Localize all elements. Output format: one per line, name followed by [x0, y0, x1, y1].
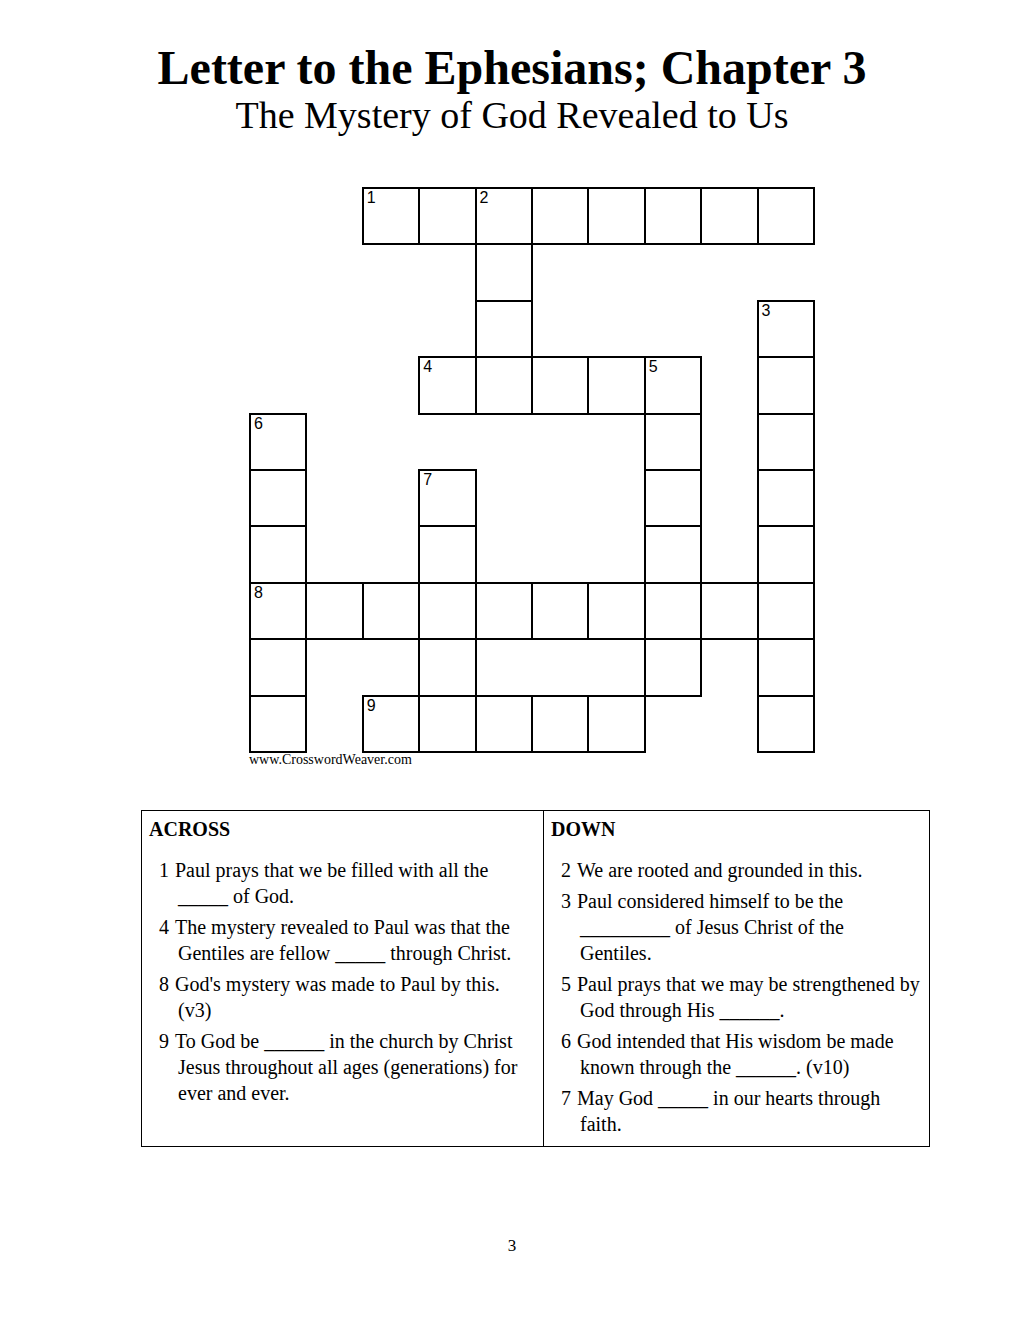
across-clue-9: 9To God be ______ in the church by Chris…: [148, 1028, 541, 1106]
grid-cell-r4c8[interactable]: 5: [644, 356, 702, 414]
grid-cell-r7c4[interactable]: [418, 525, 476, 583]
source-url: www.CrosswordWeaver.com: [249, 751, 412, 769]
grid-cell-r2c5[interactable]: [475, 243, 533, 301]
clue-number: 2: [561, 859, 571, 881]
cell-number-9: 9: [367, 698, 376, 714]
down-clue-5: 5Paul prays that we may be strengthened …: [550, 971, 927, 1023]
down-header: DOWN: [551, 817, 927, 841]
grid-cell-r8c5[interactable]: [475, 582, 533, 640]
page: Letter to the Ephesians; Chapter 3 The M…: [0, 0, 1024, 1325]
crossword-grid: 123456789: [250, 188, 816, 754]
grid-cell-r7c10[interactable]: [757, 525, 815, 583]
grid-cell-r8c3[interactable]: [362, 582, 420, 640]
grid-cell-r5c10[interactable]: [757, 413, 815, 471]
grid-cell-r1c6[interactable]: [531, 187, 589, 245]
grid-cell-r6c8[interactable]: [644, 469, 702, 527]
grid-cell-r6c1[interactable]: [249, 469, 307, 527]
grid-cell-r4c6[interactable]: [531, 356, 589, 414]
cell-number-2: 2: [480, 190, 489, 206]
grid-cell-r4c10[interactable]: [757, 356, 815, 414]
cell-number-7: 7: [423, 472, 432, 488]
clue-number: 1: [159, 859, 169, 881]
grid-cell-r8c10[interactable]: [757, 582, 815, 640]
grid-cell-r9c1[interactable]: [249, 638, 307, 696]
clue-text: The mystery revealed to Paul was that th…: [175, 916, 511, 964]
clue-number: 4: [159, 916, 169, 938]
grid-cell-r10c6[interactable]: [531, 695, 589, 753]
grid-cell-r4c7[interactable]: [587, 356, 645, 414]
down-clue-2: 2We are rooted and grounded in this.: [550, 857, 927, 883]
down-section: DOWN 2We are rooted and grounded in this…: [544, 811, 929, 1146]
grid-cell-r1c9[interactable]: [700, 187, 758, 245]
grid-cell-r8c8[interactable]: [644, 582, 702, 640]
across-clue-8: 8God's mystery was made to Paul by this.…: [148, 971, 541, 1023]
grid-cell-r9c8[interactable]: [644, 638, 702, 696]
grid-cell-r7c1[interactable]: [249, 525, 307, 583]
grid-cell-r10c7[interactable]: [587, 695, 645, 753]
clue-text: God intended that His wisdom be made kno…: [577, 1030, 894, 1078]
across-clue-1: 1Paul prays that we be filled with all t…: [148, 857, 541, 909]
grid-cell-r4c5[interactable]: [475, 356, 533, 414]
across-clue-list: 1Paul prays that we be filled with all t…: [148, 857, 541, 1106]
grid-cell-r9c10[interactable]: [757, 638, 815, 696]
grid-cell-r10c4[interactable]: [418, 695, 476, 753]
across-header: ACROSS: [149, 817, 541, 841]
clue-text: God's mystery was made to Paul by this. …: [175, 973, 500, 1021]
grid-cell-r10c1[interactable]: [249, 695, 307, 753]
page-title: Letter to the Ephesians; Chapter 3: [0, 40, 1024, 95]
cell-number-1: 1: [367, 190, 376, 206]
grid-cell-r7c8[interactable]: [644, 525, 702, 583]
clue-text: We are rooted and grounded in this.: [577, 859, 863, 881]
grid-cell-r5c8[interactable]: [644, 413, 702, 471]
down-clue-7: 7May God _____ in our hearts through fai…: [550, 1085, 927, 1137]
grid-cell-r1c10[interactable]: [757, 187, 815, 245]
cell-number-3: 3: [762, 303, 771, 319]
grid-cell-r6c4[interactable]: 7: [418, 469, 476, 527]
grid-cell-r10c3[interactable]: 9: [362, 695, 420, 753]
across-clue-4: 4The mystery revealed to Paul was that t…: [148, 914, 541, 966]
clue-text: May God _____ in our hearts through fait…: [577, 1087, 880, 1135]
cell-number-4: 4: [423, 359, 432, 375]
clue-number: 6: [561, 1030, 571, 1052]
grid-cell-r6c10[interactable]: [757, 469, 815, 527]
grid-cell-r1c3[interactable]: 1: [362, 187, 420, 245]
grid-cell-r8c1[interactable]: 8: [249, 582, 307, 640]
down-clue-list: 2We are rooted and grounded in this.3Pau…: [550, 857, 927, 1137]
cell-number-8: 8: [254, 585, 263, 601]
grid-cell-r3c10[interactable]: 3: [757, 300, 815, 358]
grid-cell-r8c4[interactable]: [418, 582, 476, 640]
grid-cell-r4c4[interactable]: 4: [418, 356, 476, 414]
grid-cell-r8c2[interactable]: [305, 582, 363, 640]
page-subtitle: The Mystery of God Revealed to Us: [0, 94, 1024, 138]
clues-table: ACROSS 1Paul prays that we be filled wit…: [141, 810, 930, 1147]
down-clue-6: 6God intended that His wisdom be made kn…: [550, 1028, 927, 1080]
grid-cell-r8c9[interactable]: [700, 582, 758, 640]
grid-cell-r5c1[interactable]: 6: [249, 413, 307, 471]
across-section: ACROSS 1Paul prays that we be filled wit…: [142, 811, 544, 1146]
cell-number-6: 6: [254, 416, 263, 432]
grid-cell-r8c6[interactable]: [531, 582, 589, 640]
clue-text: Paul prays that we be filled with all th…: [175, 859, 488, 907]
grid-cell-r8c7[interactable]: [587, 582, 645, 640]
clue-number: 7: [561, 1087, 571, 1109]
down-clue-3: 3Paul considered himself to be the _____…: [550, 888, 927, 966]
grid-cell-r1c5[interactable]: 2: [475, 187, 533, 245]
grid-cell-r1c4[interactable]: [418, 187, 476, 245]
clue-number: 5: [561, 973, 571, 995]
page-number: 3: [0, 1236, 1024, 1256]
clue-text: Paul considered himself to be the ______…: [577, 890, 844, 964]
clue-number: 8: [159, 973, 169, 995]
grid-cell-r10c5[interactable]: [475, 695, 533, 753]
grid-cell-r1c7[interactable]: [587, 187, 645, 245]
grid-cell-r3c5[interactable]: [475, 300, 533, 358]
grid-cell-r9c4[interactable]: [418, 638, 476, 696]
grid-cell-r10c10[interactable]: [757, 695, 815, 753]
clue-text: To God be ______ in the church by Christ…: [175, 1030, 517, 1104]
clue-number: 3: [561, 890, 571, 912]
clue-text: Paul prays that we may be strengthened b…: [577, 973, 920, 1021]
clue-number: 9: [159, 1030, 169, 1052]
grid-cell-r1c8[interactable]: [644, 187, 702, 245]
cell-number-5: 5: [649, 359, 658, 375]
